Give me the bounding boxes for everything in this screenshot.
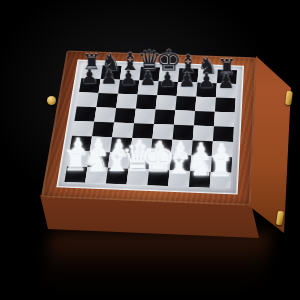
board-pieces: ♜♞♝♛♚♝♞♜♟♟♟♟♟♟♟♟♟♟♟♟♟♟♟♟♜♞♝♛♚♝♞♜ — [64, 65, 237, 189]
piece-white-rook-h1: ♜ — [199, 149, 241, 183]
piece-white-pawn-d2: ♟ — [119, 135, 159, 164]
piece-black-rook-h8: ♜ — [211, 55, 242, 80]
piece-black-pawn-f7: ♟ — [171, 69, 203, 92]
piece-black-rook-a8: ♜ — [76, 50, 107, 75]
piece-black-pawn-h7: ♟ — [210, 70, 242, 93]
piece-black-pawn-g7: ♟ — [190, 69, 222, 92]
piece-white-pawn-g2: ♟ — [181, 138, 221, 167]
brass-knob — [47, 96, 56, 105]
piece-white-pawn-b2: ♟ — [78, 134, 118, 163]
piece-black-pawn-d7: ♟ — [132, 67, 164, 90]
piece-white-pawn-h2: ♟ — [201, 138, 241, 167]
piece-white-pawn-e2: ♟ — [140, 136, 180, 165]
piece-white-rook-a1: ♜ — [54, 144, 96, 178]
piece-black-pawn-c7: ♟ — [112, 67, 144, 90]
piece-white-bishop-c1: ♝ — [96, 141, 138, 180]
piece-white-knight-b1: ♞ — [75, 142, 117, 178]
piece-white-knight-g1: ♞ — [179, 146, 221, 182]
piece-white-king-e1: ♚ — [137, 134, 179, 181]
piece-black-knight-g8: ♞ — [192, 52, 223, 78]
photo-scene: ♜♞♝♛♚♝♞♜♟♟♟♟♟♟♟♟♟♟♟♟♟♟♟♟♜♞♝♛♚♝♞♜ — [0, 0, 300, 300]
piece-white-bishop-f1: ♝ — [158, 143, 200, 182]
piece-white-pawn-f2: ♟ — [160, 137, 200, 166]
piece-black-pawn-a7: ♟ — [73, 65, 105, 88]
piece-white-pawn-c2: ♟ — [99, 134, 139, 163]
chess-box-lid: ♜♞♝♛♚♝♞♜♟♟♟♟♟♟♟♟♟♟♟♟♟♟♟♟♜♞♝♛♚♝♞♜ — [41, 50, 257, 205]
piece-black-knight-b8: ♞ — [96, 49, 127, 75]
piece-white-pawn-a2: ♟ — [58, 133, 98, 162]
floor-reflection — [41, 233, 271, 295]
piece-black-pawn-b7: ♟ — [93, 66, 125, 89]
piece-white-queen-d1: ♛ — [116, 137, 158, 180]
mirror-board: ♜♞♝♛♚♝♞♜♟♟♟♟♟♟♟♟♟♟♟♟♟♟♟♟♜♞♝♛♚♝♞♜ — [56, 60, 244, 195]
piece-black-pawn-e7: ♟ — [151, 68, 183, 91]
